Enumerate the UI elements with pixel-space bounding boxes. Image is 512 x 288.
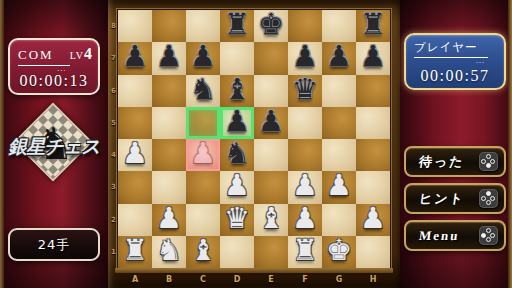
square-c6[interactable]: ♞ (186, 75, 220, 107)
piece-black-pawn[interactable]: ♟ (360, 42, 386, 71)
square-c8[interactable] (186, 10, 220, 42)
square-e3[interactable] (254, 171, 288, 203)
square-d3[interactable]: ♟ (220, 171, 254, 203)
rank-label-7: 7 (109, 42, 118, 74)
square-d8[interactable]: ♜ (220, 10, 254, 42)
square-g4[interactable] (322, 139, 356, 171)
piece-black-knight[interactable]: ♞ (224, 139, 250, 168)
square-a6[interactable] (118, 75, 152, 107)
piece-black-pawn[interactable]: ♟ (156, 42, 182, 71)
piece-white-pawn[interactable]: ♟ (326, 171, 352, 200)
pad-dot-right (490, 159, 495, 164)
pad-dot-top (486, 228, 491, 233)
square-h1[interactable] (356, 236, 390, 268)
square-d5[interactable]: ♟ (220, 107, 254, 139)
pad-dot-bottom (486, 237, 491, 242)
piece-white-rook[interactable]: ♜ (122, 236, 148, 265)
rank-label-6: 6 (109, 75, 118, 107)
game-screen: COM… LV4 00:00:13 ♞ 銀星チェス 24手 87654321 ♜… (0, 0, 512, 288)
square-b7[interactable]: ♟ (152, 42, 186, 74)
board-frame: 87654321 ♜♚♜♟♟♟♟♟♟♞♝♛♟♟♟♟♞♟♟♟♟♛♝♟♟♜♞♝♜♚ … (108, 0, 400, 288)
square-h6[interactable] (356, 75, 390, 107)
com-level: LV4 (70, 45, 92, 63)
square-g7[interactable]: ♟ (322, 42, 356, 74)
square-f1[interactable]: ♜ (288, 236, 322, 268)
square-e8[interactable]: ♚ (254, 10, 288, 42)
square-d6[interactable]: ♝ (220, 75, 254, 107)
square-h5[interactable] (356, 107, 390, 139)
screen-edge-right (508, 0, 512, 288)
piece-black-queen[interactable]: ♛ (292, 75, 318, 104)
pad-dot-left (481, 233, 486, 238)
square-g2[interactable] (322, 204, 356, 236)
matta-button-label: 待った (418, 153, 466, 171)
com-name: COM… (18, 47, 70, 66)
square-d2[interactable]: ♛ (220, 204, 254, 236)
square-a1[interactable]: ♜ (118, 236, 152, 268)
file-label-e: E (254, 274, 288, 285)
controller-pad-icon (479, 152, 498, 171)
logo-title: 銀星チェス (0, 134, 108, 160)
com-dots: … (57, 63, 68, 73)
rank-label-3: 3 (109, 171, 118, 203)
square-a8[interactable] (118, 10, 152, 42)
square-f6[interactable]: ♛ (288, 75, 322, 107)
square-d7[interactable] (220, 42, 254, 74)
square-b3[interactable] (152, 171, 186, 203)
square-b2[interactable]: ♟ (152, 204, 186, 236)
square-e5[interactable]: ♟ (254, 107, 288, 139)
rank-label-8: 8 (109, 10, 118, 42)
pad-dot-right (490, 233, 495, 238)
pad-dot-left (481, 159, 486, 164)
controller-pad-icon (479, 189, 498, 208)
right-panel: プレイヤー… 00:00:57 待ったヒントMenu (400, 0, 512, 288)
screen-edge-left (0, 0, 4, 288)
square-h2[interactable]: ♟ (356, 204, 390, 236)
square-f8[interactable] (288, 10, 322, 42)
piece-white-pawn[interactable]: ♟ (156, 204, 182, 233)
piece-black-bishop[interactable]: ♝ (224, 75, 250, 104)
file-label-b: B (152, 274, 186, 285)
piece-black-pawn[interactable]: ♟ (190, 42, 216, 71)
square-d4[interactable]: ♞ (220, 139, 254, 171)
square-f3[interactable]: ♟ (288, 171, 322, 203)
piece-white-bishop[interactable]: ♝ (190, 236, 216, 265)
piece-white-bishop[interactable]: ♝ (258, 204, 284, 233)
square-h4[interactable] (356, 139, 390, 171)
square-e6[interactable] (254, 75, 288, 107)
square-a4[interactable]: ♟ (118, 139, 152, 171)
square-b4[interactable] (152, 139, 186, 171)
menu-button-label: Menu (418, 228, 461, 244)
move-counter: 24手 (8, 228, 100, 261)
square-c1[interactable]: ♝ (186, 236, 220, 268)
rank-labels: 87654321 (109, 10, 118, 268)
file-label-a: A (118, 274, 152, 285)
com-timer-box: COM… LV4 00:00:13 (8, 38, 100, 95)
square-c3[interactable] (186, 171, 220, 203)
square-e7[interactable] (254, 42, 288, 74)
file-label-c: C (186, 274, 220, 285)
com-time: 00:00:13 (18, 72, 90, 90)
piece-white-pawn[interactable]: ♟ (224, 171, 250, 200)
piece-white-rook[interactable]: ♜ (292, 236, 318, 265)
file-label-d: D (220, 274, 254, 285)
square-c5[interactable] (186, 107, 220, 139)
piece-black-pawn[interactable]: ♟ (326, 42, 352, 71)
app-logo: ♞ 銀星チェス (0, 108, 108, 192)
square-g8[interactable] (322, 10, 356, 42)
square-e4[interactable] (254, 139, 288, 171)
square-a2[interactable] (118, 204, 152, 236)
square-a3[interactable] (118, 171, 152, 203)
hint-button-label: ヒント (418, 190, 466, 208)
square-c7[interactable]: ♟ (186, 42, 220, 74)
square-h7[interactable]: ♟ (356, 42, 390, 74)
piece-black-pawn[interactable]: ♟ (224, 107, 250, 136)
file-labels: ABCDEFGH (118, 274, 390, 285)
action-buttons: 待ったヒントMenu (404, 146, 506, 251)
square-f7[interactable]: ♟ (288, 42, 322, 74)
square-b5[interactable] (152, 107, 186, 139)
piece-black-rook[interactable]: ♜ (224, 10, 250, 39)
player-timer-box: プレイヤー… 00:00:57 (404, 33, 506, 90)
square-a7[interactable]: ♟ (118, 42, 152, 74)
square-g1[interactable]: ♚ (322, 236, 356, 268)
piece-white-queen[interactable]: ♛ (224, 204, 250, 233)
rank-label-2: 2 (109, 204, 118, 236)
pad-dot-top (486, 154, 491, 159)
file-label-g: G (322, 274, 356, 285)
menu-button[interactable]: Menu (404, 220, 506, 251)
piece-white-pawn[interactable]: ♟ (292, 171, 318, 200)
pad-dot-left (481, 196, 486, 201)
piece-black-king[interactable]: ♚ (258, 10, 284, 39)
left-panel: COM… LV4 00:00:13 ♞ 銀星チェス 24手 (0, 0, 108, 288)
piece-black-pawn[interactable]: ♟ (258, 107, 284, 136)
square-g5[interactable] (322, 107, 356, 139)
piece-white-knight[interactable]: ♞ (156, 236, 182, 265)
square-h8[interactable]: ♜ (356, 10, 390, 42)
square-g6[interactable] (322, 75, 356, 107)
controller-pad-icon (479, 226, 498, 245)
piece-white-king[interactable]: ♚ (326, 236, 352, 265)
matta-button[interactable]: 待った (404, 146, 506, 177)
piece-white-pawn[interactable]: ♟ (190, 139, 216, 168)
piece-black-pawn[interactable]: ♟ (292, 42, 318, 71)
piece-black-pawn[interactable]: ♟ (122, 42, 148, 71)
rank-label-5: 5 (109, 107, 118, 139)
file-label-f: F (288, 274, 322, 285)
piece-white-pawn[interactable]: ♟ (360, 204, 386, 233)
square-b8[interactable] (152, 10, 186, 42)
square-e1[interactable] (254, 236, 288, 268)
square-f4[interactable] (288, 139, 322, 171)
square-f2[interactable]: ♟ (288, 204, 322, 236)
pad-dot-top (486, 191, 491, 196)
rank-label-4: 4 (109, 139, 118, 171)
pad-dot-bottom (486, 200, 491, 205)
square-h3[interactable] (356, 171, 390, 203)
pad-dot-right (490, 196, 495, 201)
square-b1[interactable]: ♞ (152, 236, 186, 268)
piece-black-knight[interactable]: ♞ (190, 75, 216, 104)
square-e2[interactable]: ♝ (254, 204, 288, 236)
square-g3[interactable]: ♟ (322, 171, 356, 203)
player-time: 00:00:57 (414, 67, 496, 85)
file-label-h: H (356, 274, 390, 285)
square-c4[interactable]: ♟ (186, 139, 220, 171)
player-dots: … (476, 55, 486, 65)
square-c2[interactable] (186, 204, 220, 236)
square-f5[interactable] (288, 107, 322, 139)
pad-dot-bottom (486, 163, 491, 168)
square-a5[interactable] (118, 107, 152, 139)
board-grid[interactable]: ♜♚♜♟♟♟♟♟♟♞♝♛♟♟♟♟♞♟♟♟♟♛♝♟♟♜♞♝♜♚ (118, 10, 390, 268)
player-name: プレイヤー… (414, 40, 488, 58)
hint-button[interactable]: ヒント (404, 183, 506, 214)
piece-white-pawn[interactable]: ♟ (122, 139, 148, 168)
piece-black-rook[interactable]: ♜ (360, 10, 386, 39)
square-d1[interactable] (220, 236, 254, 268)
square-b6[interactable] (152, 75, 186, 107)
piece-white-pawn[interactable]: ♟ (292, 204, 318, 233)
rank-label-1: 1 (109, 236, 118, 268)
